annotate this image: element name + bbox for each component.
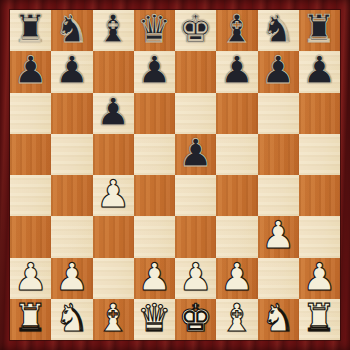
white-pawn-piece[interactable]: ♟ xyxy=(302,258,336,298)
square-b3[interactable] xyxy=(51,216,92,257)
square-e8[interactable]: ♚ xyxy=(175,10,216,51)
square-b1[interactable]: ♞ xyxy=(51,299,92,340)
square-h2[interactable]: ♟ xyxy=(299,258,340,299)
white-rook-piece[interactable]: ♜ xyxy=(302,299,336,339)
square-a7[interactable]: ♟ xyxy=(10,51,51,92)
black-rook-piece[interactable]: ♜ xyxy=(302,10,336,50)
square-a4[interactable] xyxy=(10,175,51,216)
square-d4[interactable] xyxy=(134,175,175,216)
white-pawn-piece[interactable]: ♟ xyxy=(14,258,48,298)
square-f7[interactable]: ♟ xyxy=(216,51,257,92)
white-pawn-piece[interactable]: ♟ xyxy=(55,258,89,298)
square-h1[interactable]: ♜ xyxy=(299,299,340,340)
square-a5[interactable] xyxy=(10,134,51,175)
white-pawn-piece[interactable]: ♟ xyxy=(179,258,213,298)
square-c3[interactable] xyxy=(93,216,134,257)
square-d2[interactable]: ♟ xyxy=(134,258,175,299)
square-d8[interactable]: ♛ xyxy=(134,10,175,51)
square-g6[interactable] xyxy=(258,93,299,134)
square-d6[interactable] xyxy=(134,93,175,134)
square-f3[interactable] xyxy=(216,216,257,257)
square-b6[interactable] xyxy=(51,93,92,134)
square-h5[interactable] xyxy=(299,134,340,175)
white-king-piece[interactable]: ♚ xyxy=(179,299,213,339)
square-g1[interactable]: ♞ xyxy=(258,299,299,340)
square-g2[interactable] xyxy=(258,258,299,299)
square-g4[interactable] xyxy=(258,175,299,216)
square-b7[interactable]: ♟ xyxy=(51,51,92,92)
white-queen-piece[interactable]: ♛ xyxy=(137,299,171,339)
square-d3[interactable] xyxy=(134,216,175,257)
square-f1[interactable]: ♝ xyxy=(216,299,257,340)
square-f6[interactable] xyxy=(216,93,257,134)
white-pawn-piece[interactable]: ♟ xyxy=(96,175,130,215)
square-c6[interactable]: ♟ xyxy=(93,93,134,134)
square-c7[interactable] xyxy=(93,51,134,92)
black-king-piece[interactable]: ♚ xyxy=(179,10,213,50)
square-c2[interactable] xyxy=(93,258,134,299)
square-b4[interactable] xyxy=(51,175,92,216)
black-pawn-piece[interactable]: ♟ xyxy=(220,51,254,91)
square-d5[interactable] xyxy=(134,134,175,175)
square-e7[interactable] xyxy=(175,51,216,92)
square-e2[interactable]: ♟ xyxy=(175,258,216,299)
square-a1[interactable]: ♜ xyxy=(10,299,51,340)
square-d1[interactable]: ♛ xyxy=(134,299,175,340)
white-knight-piece[interactable]: ♞ xyxy=(55,299,89,339)
square-a8[interactable]: ♜ xyxy=(10,10,51,51)
black-rook-piece[interactable]: ♜ xyxy=(14,10,48,50)
square-c4[interactable]: ♟ xyxy=(93,175,134,216)
square-e5[interactable]: ♟ xyxy=(175,134,216,175)
square-b5[interactable] xyxy=(51,134,92,175)
square-h6[interactable] xyxy=(299,93,340,134)
square-b8[interactable]: ♞ xyxy=(51,10,92,51)
square-c1[interactable]: ♝ xyxy=(93,299,134,340)
square-h3[interactable] xyxy=(299,216,340,257)
square-f4[interactable] xyxy=(216,175,257,216)
black-knight-piece[interactable]: ♞ xyxy=(261,10,295,50)
black-pawn-piece[interactable]: ♟ xyxy=(55,51,89,91)
square-h4[interactable] xyxy=(299,175,340,216)
square-e4[interactable] xyxy=(175,175,216,216)
board-frame: ♜♞♝♛♚♝♞♜♟♟♟♟♟♟♟♟♟♟♟♟♟♟♟♟♜♞♝♛♚♝♞♜ xyxy=(0,0,350,350)
black-pawn-piece[interactable]: ♟ xyxy=(179,134,213,174)
square-e1[interactable]: ♚ xyxy=(175,299,216,340)
white-pawn-piece[interactable]: ♟ xyxy=(261,216,295,256)
square-h7[interactable]: ♟ xyxy=(299,51,340,92)
square-f5[interactable] xyxy=(216,134,257,175)
square-a3[interactable] xyxy=(10,216,51,257)
white-bishop-piece[interactable]: ♝ xyxy=(220,299,254,339)
square-b2[interactable]: ♟ xyxy=(51,258,92,299)
white-pawn-piece[interactable]: ♟ xyxy=(137,258,171,298)
square-f8[interactable]: ♝ xyxy=(216,10,257,51)
black-pawn-piece[interactable]: ♟ xyxy=(261,51,295,91)
square-c8[interactable]: ♝ xyxy=(93,10,134,51)
square-e3[interactable] xyxy=(175,216,216,257)
square-g7[interactable]: ♟ xyxy=(258,51,299,92)
square-g3[interactable]: ♟ xyxy=(258,216,299,257)
square-d7[interactable]: ♟ xyxy=(134,51,175,92)
square-f2[interactable]: ♟ xyxy=(216,258,257,299)
black-pawn-piece[interactable]: ♟ xyxy=(302,51,336,91)
square-g5[interactable] xyxy=(258,134,299,175)
black-knight-piece[interactable]: ♞ xyxy=(55,10,89,50)
square-g8[interactable]: ♞ xyxy=(258,10,299,51)
white-rook-piece[interactable]: ♜ xyxy=(14,299,48,339)
white-pawn-piece[interactable]: ♟ xyxy=(220,258,254,298)
black-queen-piece[interactable]: ♛ xyxy=(137,10,171,50)
black-pawn-piece[interactable]: ♟ xyxy=(14,51,48,91)
square-e6[interactable] xyxy=(175,93,216,134)
chess-board: ♜♞♝♛♚♝♞♜♟♟♟♟♟♟♟♟♟♟♟♟♟♟♟♟♜♞♝♛♚♝♞♜ xyxy=(10,10,340,340)
black-pawn-piece[interactable]: ♟ xyxy=(96,93,130,133)
square-c5[interactable] xyxy=(93,134,134,175)
black-pawn-piece[interactable]: ♟ xyxy=(137,51,171,91)
square-a6[interactable] xyxy=(10,93,51,134)
black-bishop-piece[interactable]: ♝ xyxy=(96,10,130,50)
square-h8[interactable]: ♜ xyxy=(299,10,340,51)
white-knight-piece[interactable]: ♞ xyxy=(261,299,295,339)
white-bishop-piece[interactable]: ♝ xyxy=(96,299,130,339)
square-a2[interactable]: ♟ xyxy=(10,258,51,299)
black-bishop-piece[interactable]: ♝ xyxy=(220,10,254,50)
